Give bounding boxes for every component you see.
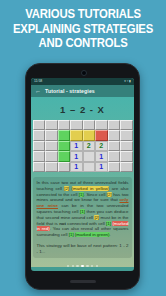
board-cell[interactable]: 2 xyxy=(83,141,96,152)
app-bar: ← Tutorial - strategies xyxy=(31,85,134,97)
board-cell[interactable]: 1 xyxy=(70,141,83,152)
text-segment: . Since cell xyxy=(84,192,107,197)
minesweeper-board[interactable]: 1221111 xyxy=(33,120,133,173)
back-arrow-icon[interactable]: ← xyxy=(35,88,41,94)
board-cell[interactable] xyxy=(120,120,133,131)
board-cell[interactable] xyxy=(120,141,133,152)
wifi-icon: ▾ xyxy=(124,79,126,83)
nav-home-icon[interactable]: ● xyxy=(82,270,85,271)
board-cell[interactable]: 1 xyxy=(70,162,83,173)
board-cell[interactable] xyxy=(45,120,58,131)
board-cell[interactable] xyxy=(33,120,46,131)
board-cell[interactable] xyxy=(33,151,46,162)
board-cell[interactable] xyxy=(108,120,121,131)
board-cell[interactable] xyxy=(70,120,83,131)
board-cell[interactable] xyxy=(33,130,46,141)
battery-icon: ▮ xyxy=(129,79,131,83)
board-cell[interactable] xyxy=(58,141,71,152)
phone-mockup: 11:58 ▾▿▮ ← Tutorial - strategies 1 – 2 … xyxy=(25,63,140,290)
text-segment: not xyxy=(59,221,66,226)
board-cell[interactable] xyxy=(83,162,96,173)
text-segment: connected with cell xyxy=(66,221,106,226)
board-cell[interactable] xyxy=(120,162,133,173)
board-cell[interactable] xyxy=(58,120,71,131)
board-cell[interactable] xyxy=(33,141,46,152)
board-cell[interactable]: 2 xyxy=(95,141,108,152)
tutorial-content: 1 – 2 - X 1221111 In this case two out o… xyxy=(31,97,134,267)
board-cell[interactable] xyxy=(58,130,71,141)
board-cell[interactable] xyxy=(33,162,46,173)
board-cell[interactable]: 1 xyxy=(95,151,108,162)
text-segment: (marked in yellow) xyxy=(72,186,110,191)
text-segment: [1] xyxy=(69,232,74,237)
board-cell[interactable] xyxy=(108,141,121,152)
board-cell[interactable] xyxy=(108,151,121,162)
board-cell[interactable] xyxy=(108,130,121,141)
board-cell[interactable] xyxy=(95,120,108,131)
board-cell[interactable] xyxy=(108,162,121,173)
app-bar-title: Tutorial - strategies xyxy=(45,88,95,94)
board-cell[interactable] xyxy=(45,141,58,152)
status-time: 11:58 xyxy=(34,79,42,83)
text-segment: . xyxy=(110,232,111,237)
tutorial-paragraph-2: This strategy will be base of next patte… xyxy=(37,243,129,255)
board-cell[interactable] xyxy=(58,162,71,173)
banner-line-2: EXPLAINING STRATEGIES xyxy=(8,22,157,37)
front-camera-icon xyxy=(81,70,87,76)
board-cell[interactable] xyxy=(83,120,96,131)
board-cell[interactable] xyxy=(45,162,58,173)
status-icons: ▾▿▮ xyxy=(123,79,131,83)
board-cell[interactable] xyxy=(58,151,71,162)
phone-screen: 11:58 ▾▿▮ ← Tutorial - strategies 1 – 2 … xyxy=(31,78,134,271)
android-nav-bar: ◄ ● ■ xyxy=(31,267,134,271)
board-cell[interactable] xyxy=(83,151,96,162)
text-segment: (marked in green) xyxy=(75,232,110,237)
bottom-speaker xyxy=(70,280,96,284)
promo-banner: VARIOUS TUTORIALS EXPLAINING STRATEGIES … xyxy=(0,7,166,51)
board-cell[interactable]: 1 xyxy=(70,151,83,162)
board-cell[interactable] xyxy=(70,130,83,141)
text-segment: This strategy will be base of next patte… xyxy=(37,243,129,254)
banner-line-1: VARIOUS TUTORIALS xyxy=(8,7,157,22)
board-cell[interactable] xyxy=(45,151,58,162)
tutorial-paragraph-1: In this case two out of three unrevealed… xyxy=(37,180,129,238)
board-cell[interactable] xyxy=(83,130,96,141)
board-cell[interactable] xyxy=(45,130,58,141)
banner-line-3: AND CONTROLS xyxy=(8,36,157,51)
board-cell[interactable] xyxy=(95,130,108,141)
pattern-heading: 1 – 2 - X xyxy=(60,104,105,115)
tutorial-text-card: In this case two out of three unrevealed… xyxy=(33,177,132,258)
board-cell[interactable] xyxy=(120,151,133,162)
board-cell[interactable]: 1 xyxy=(95,162,108,173)
board-cell[interactable] xyxy=(120,130,133,141)
